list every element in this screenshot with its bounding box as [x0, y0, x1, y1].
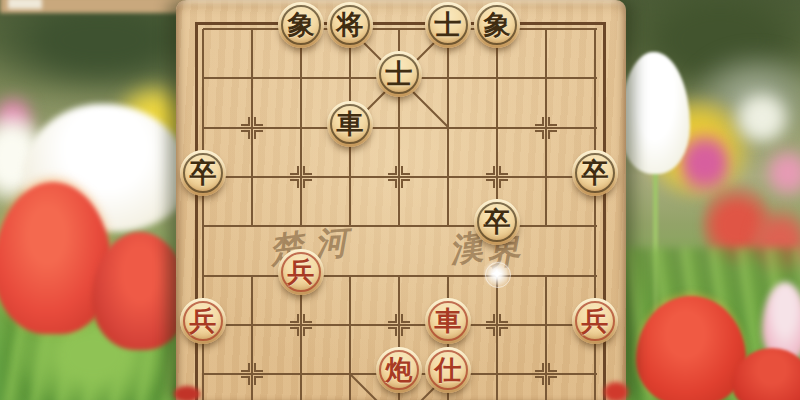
point-marker-f4r6 [388, 314, 410, 336]
piece-black-chariot[interactable]: 車 [327, 101, 373, 147]
piece-label-red-soldier-a: 兵 [180, 298, 226, 344]
point-marker-corner-tr [499, 314, 508, 323]
grid-file-line-6-bottom [496, 276, 498, 400]
point-marker-corner-bl [290, 327, 299, 336]
light-sliver-top-left [8, 0, 42, 9]
tulip-overlap-bottom-right [604, 382, 628, 400]
point-marker-corner-bl [486, 179, 495, 188]
piece-black-elephant-right[interactable]: 象 [474, 2, 520, 48]
point-marker-corner-bl [290, 179, 299, 188]
piece-label-black-advisor-center: 士 [376, 51, 422, 97]
piece-red-advisor[interactable]: 仕 [425, 347, 471, 393]
piece-red-chariot[interactable]: 車 [425, 298, 471, 344]
piece-red-soldier-c[interactable]: 兵 [278, 249, 324, 295]
point-marker-corner-bl [535, 376, 544, 385]
piece-label-black-advisor-right: 士 [425, 2, 471, 48]
point-marker-corner-tl [290, 166, 299, 175]
grid-rank-line-5 [203, 275, 597, 277]
point-marker-f4r3 [388, 166, 410, 188]
grid-rank-line-4 [203, 225, 597, 227]
grid-file-line-2-top [300, 29, 302, 226]
move-hint-sparkle[interactable]: ✦ [482, 259, 512, 289]
tulip-overlap-bottom-left [174, 386, 200, 400]
point-marker-corner-tr [254, 117, 263, 126]
point-marker-corner-tl [241, 363, 250, 372]
piece-red-cannon[interactable]: 炮 [376, 347, 422, 393]
point-marker-f7r7 [535, 363, 557, 385]
piece-label-red-advisor: 仕 [425, 347, 471, 393]
point-marker-corner-tr [548, 363, 557, 372]
piece-label-black-elephant-left: 象 [278, 2, 324, 48]
point-marker-corner-tr [548, 117, 557, 126]
point-marker-f7r2 [535, 117, 557, 139]
point-marker-corner-br [254, 376, 263, 385]
point-marker-corner-bl [241, 376, 250, 385]
point-marker-corner-tl [486, 166, 495, 175]
point-marker-corner-tl [388, 166, 397, 175]
point-marker-corner-bl [241, 130, 250, 139]
grid-file-line-6-top [496, 29, 498, 226]
grid-file-line-8 [594, 29, 596, 400]
piece-black-soldier-g[interactable]: 卒 [474, 199, 520, 245]
point-marker-corner-tl [535, 117, 544, 126]
point-marker-corner-tr [303, 166, 312, 175]
piece-red-soldier-a[interactable]: 兵 [180, 298, 226, 344]
piece-black-advisor-right[interactable]: 士 [425, 2, 471, 48]
piece-label-red-chariot: 車 [425, 298, 471, 344]
point-marker-f2r3 [290, 166, 312, 188]
grid-file-line-0 [202, 29, 204, 400]
point-marker-f2r6 [290, 314, 312, 336]
point-marker-corner-br [303, 327, 312, 336]
piece-red-soldier-i[interactable]: 兵 [572, 298, 618, 344]
point-marker-corner-bl [535, 130, 544, 139]
piece-label-black-chariot: 車 [327, 101, 373, 147]
point-marker-f6r6 [486, 314, 508, 336]
point-marker-corner-tr [401, 314, 410, 323]
piece-label-red-soldier-c: 兵 [278, 249, 324, 295]
piece-black-soldier-a[interactable]: 卒 [180, 150, 226, 196]
piece-label-black-soldier-a: 卒 [180, 150, 226, 196]
tulip-white-blob-right [732, 92, 792, 144]
piece-label-black-soldier-g: 卒 [474, 199, 520, 245]
point-marker-corner-br [499, 327, 508, 336]
point-marker-corner-tr [254, 363, 263, 372]
point-marker-corner-br [401, 179, 410, 188]
point-marker-f1r2 [241, 117, 263, 139]
point-marker-corner-br [303, 179, 312, 188]
point-marker-corner-tl [486, 314, 495, 323]
grid-rank-line-0 [203, 28, 597, 30]
point-marker-corner-tl [290, 314, 299, 323]
piece-black-soldier-i[interactable]: 卒 [572, 150, 618, 196]
point-marker-f6r3 [486, 166, 508, 188]
piece-label-black-general: 将 [327, 2, 373, 48]
point-marker-corner-br [499, 179, 508, 188]
point-marker-corner-br [548, 376, 557, 385]
point-marker-corner-tr [401, 166, 410, 175]
piece-label-red-cannon: 炮 [376, 347, 422, 393]
piece-black-elephant-left[interactable]: 象 [278, 2, 324, 48]
point-marker-corner-bl [388, 327, 397, 336]
piece-black-advisor-center[interactable]: 士 [376, 51, 422, 97]
point-marker-corner-br [548, 130, 557, 139]
point-marker-f1r7 [241, 363, 263, 385]
point-marker-corner-tl [388, 314, 397, 323]
sparkle-star-icon: ✦ [482, 259, 512, 289]
point-marker-corner-bl [486, 327, 495, 336]
tulip-pink-right [766, 146, 800, 200]
point-marker-corner-tl [535, 363, 544, 372]
piece-label-black-elephant-right: 象 [474, 2, 520, 48]
point-marker-corner-tr [499, 166, 508, 175]
point-marker-corner-tl [241, 117, 250, 126]
point-marker-corner-br [254, 130, 263, 139]
game-scene: 楚 河 漢 界 象将士象士車卒卒卒兵兵車兵炮仕✦ [0, 0, 800, 400]
piece-label-black-soldier-i: 卒 [572, 150, 618, 196]
point-marker-corner-br [401, 327, 410, 336]
grid-file-line-3-bottom [349, 276, 351, 400]
piece-black-general[interactable]: 将 [327, 2, 373, 48]
tulip-red-left-lower [92, 232, 188, 350]
point-marker-corner-bl [388, 179, 397, 188]
xiangqi-board: 楚 河 漢 界 象将士象士車卒卒卒兵兵車兵炮仕✦ [176, 0, 626, 400]
point-marker-corner-tr [303, 314, 312, 323]
piece-label-red-soldier-i: 兵 [572, 298, 618, 344]
